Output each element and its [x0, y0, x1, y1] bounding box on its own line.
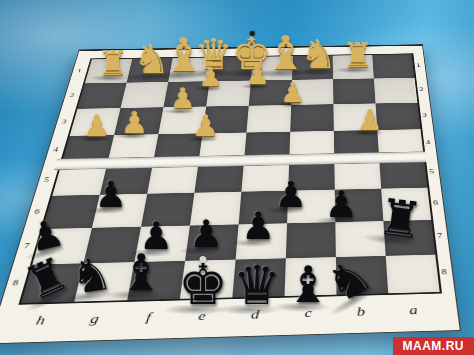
- white-pawn-e2[interactable]: ♟: [199, 64, 222, 90]
- square-c7[interactable]: [286, 222, 336, 258]
- file-label-f: f: [145, 310, 152, 325]
- rank-label-left-5: 5: [43, 175, 50, 182]
- square-h2[interactable]: [77, 83, 126, 109]
- black-pawn-g6[interactable]: ♟: [95, 177, 127, 213]
- rank-label-right-6: 6: [433, 198, 439, 205]
- scene: hgfedcba1122334455667788 ♜♞♝♚♛♝♞♜♟♟♟♟♟♟♟…: [0, 0, 474, 355]
- rank-label-left-1: 1: [77, 68, 83, 74]
- rank-label-left-2: 2: [69, 92, 75, 98]
- black-pawn-d7[interactable]: ♟: [241, 207, 275, 245]
- black-king-finial: [199, 256, 206, 263]
- rank-label-right-2: 2: [419, 86, 424, 92]
- black-king-e8[interactable]: ♚: [178, 257, 228, 313]
- rank-label-right-1: 1: [416, 62, 421, 67]
- black-pawn-b6[interactable]: ♟: [324, 186, 357, 223]
- rank-label-right-5: 5: [429, 167, 435, 174]
- square-b2[interactable]: [333, 78, 375, 104]
- rank-label-right-8: 8: [441, 267, 447, 276]
- white-pawn-d2[interactable]: ♟: [246, 62, 269, 88]
- black-bishop-f8[interactable]: ♝: [119, 248, 164, 298]
- file-label-h: h: [35, 313, 47, 328]
- black-pawn-e7[interactable]: ♟: [189, 215, 223, 253]
- white-rook-h1[interactable]: ♜: [98, 46, 128, 80]
- rank-label-left-3: 3: [61, 118, 67, 124]
- file-label-a: a: [409, 303, 418, 317]
- white-knight-g1[interactable]: ♞: [134, 39, 170, 79]
- white-king-finial: [249, 31, 254, 36]
- square-a1[interactable]: [372, 54, 414, 78]
- black-bishop-c8[interactable]: ♝: [286, 260, 331, 310]
- square-d3[interactable]: [246, 105, 291, 133]
- white-pawn-e4[interactable]: ♟: [193, 111, 220, 141]
- rank-label-left-4: 4: [53, 146, 60, 153]
- rank-label-right-3: 3: [422, 111, 427, 117]
- file-label-g: g: [89, 311, 101, 326]
- rank-label-right-4: 4: [425, 139, 430, 146]
- white-pawn-g4[interactable]: ♟: [122, 108, 149, 138]
- white-pawn-h4[interactable]: ♟: [84, 111, 111, 141]
- watermark: MAAM.RU: [393, 337, 474, 355]
- square-a8[interactable]: [386, 255, 440, 294]
- black-queen-d8[interactable]: ♛: [233, 259, 281, 313]
- white-pawn-c3[interactable]: ♟: [281, 79, 305, 106]
- rank-label-right-7: 7: [437, 231, 443, 239]
- white-pawn-b4[interactable]: ♟: [357, 106, 383, 135]
- square-a2[interactable]: [374, 78, 418, 104]
- rank-label-left-8: 8: [12, 278, 20, 287]
- black-pawn-c6[interactable]: ♟: [275, 177, 307, 213]
- white-rook-a1[interactable]: ♜: [343, 38, 373, 72]
- square-c3[interactable]: [290, 104, 334, 131]
- black-rook-a7[interactable]: ♜: [375, 192, 426, 247]
